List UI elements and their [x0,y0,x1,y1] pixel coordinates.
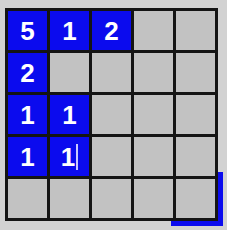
cell-r3c1[interactable]: 1 [8,95,47,134]
cell-r3c2[interactable]: 1 [50,95,89,134]
cell-r1c2[interactable]: 1 [50,11,89,50]
cell-r4c1[interactable]: 1 [8,137,47,176]
cell-r2c2[interactable] [50,53,89,92]
cell-r1c4[interactable] [134,11,173,50]
cell-r3c4[interactable] [134,95,173,134]
cell-r2c1[interactable]: 2 [8,53,47,92]
cell-r2c5[interactable] [176,53,215,92]
cell-r1c5[interactable] [176,11,215,50]
cell-r1c3[interactable]: 2 [92,11,131,50]
cell-r4c2[interactable]: 1 [50,137,89,176]
cell-r4c3[interactable] [92,137,131,176]
cell-r4c5[interactable] [176,137,215,176]
bottom-right-corner-marker [171,172,223,226]
cell-r5c1[interactable] [8,179,47,218]
cell-r5c4[interactable] [134,179,173,218]
cell-r3c3[interactable] [92,95,131,134]
cell-r2c4[interactable] [134,53,173,92]
cell-r5c2[interactable] [50,179,89,218]
text-caret [76,144,78,170]
cell-r5c3[interactable] [92,179,131,218]
cell-r4c4[interactable] [134,137,173,176]
cell-r3c5[interactable] [176,95,215,134]
cell-r2c3[interactable] [92,53,131,92]
cell-r1c1[interactable]: 5 [8,11,47,50]
